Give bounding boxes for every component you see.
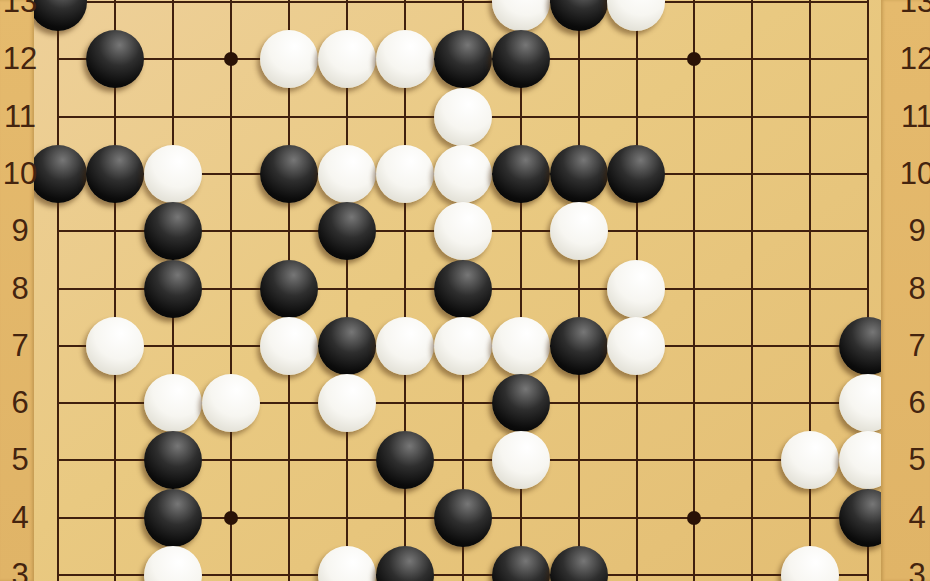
board-point-9-11[interactable] bbox=[492, 88, 550, 145]
board-point-7-7[interactable] bbox=[376, 317, 434, 374]
white-stone bbox=[434, 317, 492, 375]
board-point-7-11[interactable] bbox=[376, 88, 434, 145]
board-point-7-10[interactable] bbox=[376, 145, 434, 202]
board-point-8-9[interactable] bbox=[434, 203, 492, 260]
board-point-2-9[interactable] bbox=[86, 203, 144, 260]
row-label-6: 6 bbox=[0, 386, 42, 420]
black-stone bbox=[144, 431, 202, 489]
row-label-11: 11 bbox=[0, 100, 42, 134]
row-label-5: 5 bbox=[0, 443, 42, 477]
board-point-5-10[interactable] bbox=[260, 145, 318, 202]
board-point-4-6[interactable] bbox=[202, 374, 260, 431]
white-stone bbox=[260, 30, 318, 88]
board-point-14-8[interactable] bbox=[781, 260, 839, 317]
board-point-13-6[interactable] bbox=[723, 374, 781, 431]
board-point-2-11[interactable] bbox=[86, 88, 144, 145]
black-stone bbox=[550, 317, 608, 375]
row-label-7: 7 bbox=[0, 329, 42, 363]
white-stone bbox=[781, 546, 839, 581]
row-label-8: 8 bbox=[0, 272, 42, 306]
board-point-5-8[interactable] bbox=[260, 260, 318, 317]
white-stone bbox=[492, 317, 550, 375]
board-point-10-13[interactable] bbox=[550, 0, 608, 31]
row-label-13: 13 bbox=[0, 0, 42, 19]
board-point-2-12[interactable] bbox=[86, 31, 144, 88]
board-point-7-12[interactable] bbox=[376, 31, 434, 88]
board-point-10-12[interactable] bbox=[550, 31, 608, 88]
black-stone bbox=[492, 374, 550, 432]
board-point-4-7[interactable] bbox=[202, 317, 260, 374]
board-point-11-7[interactable] bbox=[607, 317, 665, 374]
board-point-7-13[interactable] bbox=[376, 0, 434, 31]
board-point-10-10[interactable] bbox=[550, 145, 608, 202]
board-point-2-3[interactable] bbox=[86, 546, 144, 581]
black-stone bbox=[376, 431, 434, 489]
board-point-5-13[interactable] bbox=[260, 0, 318, 31]
board-point-5-6[interactable] bbox=[260, 374, 318, 431]
row-label-3: 3 bbox=[895, 558, 930, 581]
white-stone bbox=[550, 202, 608, 260]
white-stone bbox=[318, 546, 376, 581]
row-label-9: 9 bbox=[895, 214, 930, 248]
board-point-6-5[interactable] bbox=[318, 432, 376, 489]
board-point-12-12[interactable] bbox=[665, 31, 723, 88]
board-point-4-12[interactable] bbox=[202, 31, 260, 88]
board-point-7-9[interactable] bbox=[376, 203, 434, 260]
white-stone bbox=[781, 431, 839, 489]
board-point-5-5[interactable] bbox=[260, 432, 318, 489]
board-point-6-4[interactable] bbox=[318, 489, 376, 546]
board-point-2-6[interactable] bbox=[86, 374, 144, 431]
board-point-3-3[interactable] bbox=[144, 546, 202, 581]
board-point-14-4[interactable] bbox=[781, 489, 839, 546]
black-stone bbox=[144, 260, 202, 318]
board-point-12-7[interactable] bbox=[665, 317, 723, 374]
board-point-13-11[interactable] bbox=[723, 88, 781, 145]
white-stone bbox=[607, 317, 665, 375]
board-point-10-8[interactable] bbox=[550, 260, 608, 317]
board-point-7-6[interactable] bbox=[376, 374, 434, 431]
board-point-14-3[interactable] bbox=[781, 546, 839, 581]
board-point-8-13[interactable] bbox=[434, 0, 492, 31]
board-point-7-5[interactable] bbox=[376, 432, 434, 489]
board-point-5-12[interactable] bbox=[260, 31, 318, 88]
board-point-4-11[interactable] bbox=[202, 88, 260, 145]
board-point-9-3[interactable] bbox=[492, 546, 550, 581]
board-point-9-10[interactable] bbox=[492, 145, 550, 202]
black-stone bbox=[550, 546, 608, 581]
board-point-12-13[interactable] bbox=[665, 0, 723, 31]
board-point-11-5[interactable] bbox=[607, 432, 665, 489]
white-stone bbox=[144, 145, 202, 203]
board-point-10-4[interactable] bbox=[550, 489, 608, 546]
board-point-8-8[interactable] bbox=[434, 260, 492, 317]
black-stone bbox=[550, 0, 608, 31]
board-point-3-5[interactable] bbox=[144, 432, 202, 489]
board-point-14-6[interactable] bbox=[781, 374, 839, 431]
board-point-11-6[interactable] bbox=[607, 374, 665, 431]
board-point-12-5[interactable] bbox=[665, 432, 723, 489]
board-point-5-3[interactable] bbox=[260, 546, 318, 581]
black-stone bbox=[318, 317, 376, 375]
black-stone bbox=[260, 145, 318, 203]
row-label-6: 6 bbox=[895, 386, 930, 420]
row-label-9: 9 bbox=[0, 214, 42, 248]
board-point-4-9[interactable] bbox=[202, 203, 260, 260]
black-stone bbox=[492, 546, 550, 581]
black-stone bbox=[492, 30, 550, 88]
board-point-2-7[interactable] bbox=[86, 317, 144, 374]
board-point-10-7[interactable] bbox=[550, 317, 608, 374]
white-stone bbox=[434, 88, 492, 146]
board-point-10-5[interactable] bbox=[550, 432, 608, 489]
board-point-9-6[interactable] bbox=[492, 374, 550, 431]
row-label-7: 7 bbox=[895, 329, 930, 363]
board-point-8-6[interactable] bbox=[434, 374, 492, 431]
board-point-8-5[interactable] bbox=[434, 432, 492, 489]
board-point-8-11[interactable] bbox=[434, 88, 492, 145]
board-point-2-4[interactable] bbox=[86, 489, 144, 546]
white-stone bbox=[492, 431, 550, 489]
board-point-7-3[interactable] bbox=[376, 546, 434, 581]
board-point-14-5[interactable] bbox=[781, 432, 839, 489]
row-label-11: 11 bbox=[895, 100, 930, 134]
board-point-12-9[interactable] bbox=[665, 203, 723, 260]
black-stone bbox=[260, 260, 318, 318]
black-stone bbox=[86, 30, 144, 88]
board-point-9-7[interactable] bbox=[492, 317, 550, 374]
board-point-3-12[interactable] bbox=[144, 31, 202, 88]
board-point-8-10[interactable] bbox=[434, 145, 492, 202]
board-point-10-6[interactable] bbox=[550, 374, 608, 431]
board-point-7-8[interactable] bbox=[376, 260, 434, 317]
black-stone bbox=[144, 202, 202, 260]
board-point-13-5[interactable] bbox=[723, 432, 781, 489]
board-point-6-7[interactable] bbox=[318, 317, 376, 374]
row-label-12: 12 bbox=[895, 42, 930, 76]
board-point-4-13[interactable] bbox=[202, 0, 260, 31]
board-point-4-4[interactable] bbox=[202, 489, 260, 546]
black-stone bbox=[492, 145, 550, 203]
board-point-14-10[interactable] bbox=[781, 145, 839, 202]
board-point-12-10[interactable] bbox=[665, 145, 723, 202]
board-point-12-11[interactable] bbox=[665, 88, 723, 145]
board-point-3-6[interactable] bbox=[144, 374, 202, 431]
board-point-13-4[interactable] bbox=[723, 489, 781, 546]
board-point-10-11[interactable] bbox=[550, 88, 608, 145]
black-stone bbox=[144, 489, 202, 547]
row-label-10: 10 bbox=[0, 157, 42, 191]
board-point-8-12[interactable] bbox=[434, 31, 492, 88]
board-point-13-8[interactable] bbox=[723, 260, 781, 317]
board-point-6-9[interactable] bbox=[318, 203, 376, 260]
white-stone bbox=[318, 374, 376, 432]
black-stone bbox=[434, 30, 492, 88]
row-label-3: 3 bbox=[0, 558, 42, 581]
board-point-3-4[interactable] bbox=[144, 489, 202, 546]
board-point-10-9[interactable] bbox=[550, 203, 608, 260]
board-point-12-3[interactable] bbox=[665, 546, 723, 581]
board-point-13-12[interactable] bbox=[723, 31, 781, 88]
board-point-9-13[interactable] bbox=[492, 0, 550, 31]
black-stone bbox=[86, 145, 144, 203]
board-point-6-10[interactable] bbox=[318, 145, 376, 202]
board-point-11-13[interactable] bbox=[607, 0, 665, 31]
white-stone bbox=[434, 202, 492, 260]
go-board-screenshot: 131211109876543 131211109876543 bbox=[0, 0, 930, 581]
board-point-5-4[interactable] bbox=[260, 489, 318, 546]
white-stone bbox=[376, 317, 434, 375]
board-point-11-12[interactable] bbox=[607, 31, 665, 88]
white-stone bbox=[376, 145, 434, 203]
white-stone bbox=[376, 30, 434, 88]
board-point-2-13[interactable] bbox=[86, 0, 144, 31]
board-point-2-5[interactable] bbox=[86, 432, 144, 489]
go-board-grid bbox=[29, 0, 897, 581]
white-stone bbox=[318, 145, 376, 203]
board-point-3-11[interactable] bbox=[144, 88, 202, 145]
board-point-3-7[interactable] bbox=[144, 317, 202, 374]
black-stone bbox=[607, 145, 665, 203]
black-stone bbox=[318, 202, 376, 260]
white-stone bbox=[260, 317, 318, 375]
board-point-3-8[interactable] bbox=[144, 260, 202, 317]
row-label-10: 10 bbox=[895, 157, 930, 191]
row-label-4: 4 bbox=[895, 501, 930, 535]
row-label-8: 8 bbox=[895, 272, 930, 306]
board-point-5-9[interactable] bbox=[260, 203, 318, 260]
board-point-14-13[interactable] bbox=[781, 0, 839, 31]
board-point-5-7[interactable] bbox=[260, 317, 318, 374]
board-point-5-11[interactable] bbox=[260, 88, 318, 145]
board-point-9-4[interactable] bbox=[492, 489, 550, 546]
board-point-12-4[interactable] bbox=[665, 489, 723, 546]
board-point-3-10[interactable] bbox=[144, 145, 202, 202]
white-stone bbox=[86, 317, 144, 375]
black-stone bbox=[434, 489, 492, 547]
black-stone bbox=[434, 260, 492, 318]
board-point-3-9[interactable] bbox=[144, 203, 202, 260]
board-point-6-6[interactable] bbox=[318, 374, 376, 431]
board-point-4-3[interactable] bbox=[202, 546, 260, 581]
board-point-14-12[interactable] bbox=[781, 31, 839, 88]
board-point-13-7[interactable] bbox=[723, 317, 781, 374]
board-point-14-9[interactable] bbox=[781, 203, 839, 260]
board-point-7-4[interactable] bbox=[376, 489, 434, 546]
board-point-2-10[interactable] bbox=[86, 145, 144, 202]
board-point-10-3[interactable] bbox=[550, 546, 608, 581]
board-point-6-11[interactable] bbox=[318, 88, 376, 145]
board-point-13-13[interactable] bbox=[723, 0, 781, 31]
white-stone bbox=[434, 145, 492, 203]
board-point-13-3[interactable] bbox=[723, 546, 781, 581]
board-point-9-5[interactable] bbox=[492, 432, 550, 489]
row-label-5: 5 bbox=[895, 443, 930, 477]
board-point-4-5[interactable] bbox=[202, 432, 260, 489]
board-point-8-3[interactable] bbox=[434, 546, 492, 581]
board-point-9-9[interactable] bbox=[492, 203, 550, 260]
board-point-11-4[interactable] bbox=[607, 489, 665, 546]
board-point-11-3[interactable] bbox=[607, 546, 665, 581]
board-point-6-12[interactable] bbox=[318, 31, 376, 88]
board-point-12-8[interactable] bbox=[665, 260, 723, 317]
board-point-6-8[interactable] bbox=[318, 260, 376, 317]
white-stone bbox=[144, 374, 202, 432]
board-point-11-8[interactable] bbox=[607, 260, 665, 317]
board-point-11-10[interactable] bbox=[607, 145, 665, 202]
board-point-13-10[interactable] bbox=[723, 145, 781, 202]
black-stone bbox=[550, 145, 608, 203]
board-point-3-13[interactable] bbox=[144, 0, 202, 31]
board-point-4-8[interactable] bbox=[202, 260, 260, 317]
board-point-8-7[interactable] bbox=[434, 317, 492, 374]
board-point-9-12[interactable] bbox=[492, 31, 550, 88]
board-point-4-10[interactable] bbox=[202, 145, 260, 202]
white-stone bbox=[492, 0, 550, 31]
black-stone bbox=[376, 546, 434, 581]
board-point-6-13[interactable] bbox=[318, 0, 376, 31]
white-stone bbox=[607, 260, 665, 318]
board-point-12-6[interactable] bbox=[665, 374, 723, 431]
board-point-11-11[interactable] bbox=[607, 88, 665, 145]
row-label-13: 13 bbox=[895, 0, 930, 19]
white-stone bbox=[144, 546, 202, 581]
row-label-4: 4 bbox=[0, 501, 42, 535]
row-label-12: 12 bbox=[0, 42, 42, 76]
board-point-6-3[interactable] bbox=[318, 546, 376, 581]
board-point-2-8[interactable] bbox=[86, 260, 144, 317]
board-point-11-9[interactable] bbox=[607, 203, 665, 260]
board-point-9-8[interactable] bbox=[492, 260, 550, 317]
board-point-14-7[interactable] bbox=[781, 317, 839, 374]
white-stone bbox=[202, 374, 260, 432]
board-point-8-4[interactable] bbox=[434, 489, 492, 546]
white-stone bbox=[607, 0, 665, 31]
white-stone bbox=[318, 30, 376, 88]
board-point-13-9[interactable] bbox=[723, 203, 781, 260]
board-point-14-11[interactable] bbox=[781, 88, 839, 145]
